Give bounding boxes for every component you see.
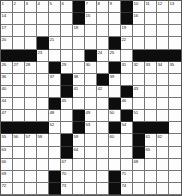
clue-number: 47 — [2, 110, 6, 115]
grid-cell[interactable] — [37, 86, 49, 98]
clue-number: 74 — [122, 183, 126, 188]
grid-cell[interactable] — [49, 86, 61, 98]
clue-number: 41 — [74, 86, 78, 91]
black-cell — [1, 122, 13, 134]
grid-cell[interactable] — [85, 37, 97, 49]
clue-number: 73 — [62, 183, 66, 188]
clue-number: 46 — [122, 98, 126, 103]
grid-cell[interactable] — [49, 50, 61, 62]
clue-number: 11 — [146, 1, 150, 6]
grid-cell[interactable]: 17 — [1, 25, 13, 37]
black-cell — [109, 37, 121, 49]
grid-cell[interactable]: 59 — [73, 134, 85, 146]
grid-cell[interactable] — [109, 147, 121, 159]
grid-cell[interactable]: 69 — [1, 171, 13, 183]
grid-cell[interactable] — [13, 74, 25, 86]
clue-number: 40 — [2, 86, 6, 91]
grid-cell[interactable]: 38 — [73, 74, 85, 86]
grid-cell[interactable]: 66 — [1, 159, 13, 171]
grid-cell[interactable] — [157, 110, 169, 122]
grid-cell[interactable]: 36 — [1, 74, 13, 86]
clue-number: 10 — [134, 1, 138, 6]
grid-cell[interactable] — [13, 98, 25, 110]
grid-cell[interactable]: 4 — [37, 1, 49, 13]
grid-cell[interactable]: 2 — [13, 1, 25, 13]
grid-cell[interactable] — [145, 110, 157, 122]
grid-cell[interactable]: 48 — [49, 110, 61, 122]
clue-number: 59 — [74, 134, 78, 139]
grid-cell[interactable] — [25, 159, 37, 171]
grid-cell[interactable]: 41 — [73, 86, 85, 98]
black-cell — [169, 50, 181, 62]
grid-cell[interactable]: 6 — [61, 1, 73, 13]
clue-number: 27 — [14, 62, 18, 67]
clue-number: 25 — [110, 50, 114, 55]
black-cell — [73, 13, 85, 25]
black-cell — [157, 50, 169, 62]
grid-cell[interactable] — [13, 13, 25, 25]
grid-cell[interactable]: 8 — [97, 1, 109, 13]
grid-cell[interactable] — [169, 147, 181, 159]
clue-number: 3 — [26, 1, 28, 6]
grid-cell[interactable] — [145, 13, 157, 25]
grid-cell[interactable]: 35 — [169, 62, 181, 74]
clue-number: 38 — [74, 74, 78, 79]
grid-cell[interactable]: 9 — [109, 1, 121, 13]
clue-number: 18 — [74, 25, 78, 30]
grid-cell[interactable] — [73, 50, 85, 62]
clue-number: 20 — [2, 37, 6, 42]
clue-number: 64 — [74, 147, 78, 152]
grid-cell[interactable]: 42 — [97, 86, 109, 98]
black-cell — [109, 62, 121, 74]
grid-cell[interactable] — [13, 147, 25, 159]
grid-cell[interactable] — [37, 159, 49, 171]
grid-cell[interactable] — [121, 134, 133, 146]
grid-cell[interactable] — [61, 122, 73, 134]
grid-cell[interactable]: 58 — [37, 134, 49, 146]
grid-cell[interactable] — [169, 74, 181, 86]
grid-cell[interactable]: 14 — [1, 13, 13, 25]
grid-cell[interactable] — [73, 62, 85, 74]
grid-cell[interactable] — [157, 74, 169, 86]
grid-cell[interactable] — [13, 159, 25, 171]
clue-number: 23 — [38, 50, 42, 55]
grid-cell[interactable] — [13, 171, 25, 183]
clue-number: 5 — [50, 1, 52, 6]
black-cell — [73, 122, 85, 134]
black-cell — [157, 122, 169, 134]
grid-cell[interactable]: 12 — [157, 1, 169, 13]
grid-cell[interactable] — [25, 183, 37, 195]
clue-number: 45 — [62, 98, 66, 103]
black-cell — [109, 98, 121, 110]
grid-cell[interactable] — [49, 159, 61, 171]
grid-cell[interactable]: 39 — [109, 74, 121, 86]
clue-number: 6 — [62, 1, 64, 6]
grid-cell[interactable] — [109, 25, 121, 37]
clue-number: 30 — [86, 62, 90, 67]
grid-cell[interactable]: 37 — [49, 74, 61, 86]
grid-cell[interactable] — [121, 50, 133, 62]
grid-cell[interactable]: 27 — [13, 62, 25, 74]
grid-cell[interactable]: 19 — [121, 25, 133, 37]
clue-number: 28 — [26, 62, 30, 67]
black-cell — [61, 86, 73, 98]
grid-cell[interactable] — [133, 25, 145, 37]
grid-cell[interactable] — [97, 13, 109, 25]
clue-number: 36 — [2, 74, 6, 79]
clue-number: 15 — [86, 13, 90, 18]
crossword-puzzle: 1234567891011121314151617181920212223242… — [0, 0, 182, 196]
clue-number: 35 — [170, 62, 174, 67]
clue-number: 71 — [122, 171, 126, 176]
clue-number: 55 — [2, 134, 6, 139]
grid-cell[interactable]: 26 — [1, 62, 13, 74]
black-cell — [1, 50, 13, 62]
black-cell — [145, 50, 157, 62]
clue-number: 9 — [110, 1, 112, 6]
black-cell — [25, 122, 37, 134]
black-cell — [121, 13, 133, 25]
clue-number: 53 — [86, 122, 90, 127]
grid-cell[interactable] — [145, 86, 157, 98]
grid-cell[interactable] — [97, 171, 109, 183]
clue-number: 32 — [134, 62, 138, 67]
grid-cell[interactable] — [157, 171, 169, 183]
grid-cell[interactable] — [145, 98, 157, 110]
grid-cell[interactable] — [25, 74, 37, 86]
clue-number: 16 — [134, 13, 138, 18]
black-cell — [109, 183, 121, 195]
grid-cell[interactable] — [169, 98, 181, 110]
grid-cell[interactable] — [169, 159, 181, 171]
grid-cell[interactable]: 57 — [25, 134, 37, 146]
grid-cell[interactable]: 64 — [73, 147, 85, 159]
grid-cell[interactable] — [97, 37, 109, 49]
grid-cell[interactable] — [13, 110, 25, 122]
grid-cell[interactable] — [121, 147, 133, 159]
grid-cell[interactable] — [85, 74, 97, 86]
grid-cell[interactable]: 47 — [1, 110, 13, 122]
grid-cell[interactable] — [97, 98, 109, 110]
clue-number: 19 — [122, 25, 126, 30]
grid-cell[interactable]: 51 — [133, 110, 145, 122]
grid-cell[interactable]: 56 — [13, 134, 25, 146]
grid-cell[interactable] — [109, 13, 121, 25]
grid-cell[interactable]: 1 — [1, 1, 13, 13]
grid-cell[interactable] — [13, 37, 25, 49]
grid-cell[interactable] — [85, 134, 97, 146]
grid-cell[interactable]: 44 — [1, 98, 13, 110]
grid-cell[interactable] — [133, 183, 145, 195]
grid-cell[interactable]: 52 — [49, 122, 61, 134]
grid-cell[interactable] — [37, 25, 49, 37]
grid-cell[interactable]: 71 — [121, 171, 133, 183]
grid-cell[interactable] — [25, 86, 37, 98]
clue-number: 7 — [86, 1, 88, 6]
grid-cell[interactable] — [37, 98, 49, 110]
grid-cell[interactable]: 63 — [1, 147, 13, 159]
grid-cell[interactable] — [121, 74, 133, 86]
black-cell — [49, 98, 61, 110]
black-cell — [109, 122, 121, 134]
clue-number: 66 — [2, 159, 6, 164]
clue-number: 49 — [86, 110, 90, 115]
crossword-grid: 1234567891011121314151617181920212223242… — [0, 0, 182, 196]
clue-number: 67 — [62, 159, 66, 164]
grid-cell[interactable] — [85, 183, 97, 195]
black-cell — [133, 122, 145, 134]
grid-cell[interactable]: 31 — [121, 62, 133, 74]
grid-cell[interactable]: 61 — [145, 134, 157, 146]
grid-cell[interactable]: 22 — [121, 37, 133, 49]
grid-cell[interactable] — [13, 183, 25, 195]
grid-cell[interactable] — [169, 171, 181, 183]
grid-cell[interactable]: 20 — [1, 37, 13, 49]
grid-cell[interactable] — [37, 147, 49, 159]
clue-number: 1 — [2, 1, 4, 6]
grid-cell[interactable] — [169, 13, 181, 25]
grid-cell[interactable] — [49, 134, 61, 146]
grid-cell[interactable] — [37, 74, 49, 86]
grid-cell[interactable]: 60 — [109, 134, 121, 146]
clue-number: 50 — [110, 110, 114, 115]
black-cell — [109, 171, 121, 183]
grid-cell[interactable] — [157, 86, 169, 98]
grid-cell[interactable]: 62 — [157, 134, 169, 146]
grid-cell[interactable] — [73, 37, 85, 49]
black-cell — [13, 50, 25, 62]
grid-cell[interactable] — [121, 159, 133, 171]
grid-cell[interactable] — [37, 171, 49, 183]
grid-cell[interactable]: 23 — [37, 50, 49, 62]
grid-cell[interactable] — [85, 159, 97, 171]
grid-cell[interactable]: 74 — [121, 183, 133, 195]
grid-cell[interactable] — [169, 110, 181, 122]
grid-cell[interactable]: 25 — [109, 50, 121, 62]
grid-cell[interactable]: 3 — [25, 1, 37, 13]
grid-cell[interactable]: 30 — [85, 62, 97, 74]
black-cell — [49, 171, 61, 183]
grid-cell[interactable] — [37, 13, 49, 25]
black-cell — [121, 1, 133, 13]
grid-cell[interactable] — [25, 110, 37, 122]
grid-cell[interactable] — [61, 37, 73, 49]
clue-number: 69 — [2, 171, 6, 176]
grid-cell[interactable]: 46 — [121, 98, 133, 110]
grid-cell[interactable] — [85, 98, 97, 110]
grid-cell[interactable]: 73 — [61, 183, 73, 195]
grid-cell[interactable] — [85, 25, 97, 37]
black-cell — [37, 37, 49, 49]
grid-cell[interactable] — [37, 110, 49, 122]
clue-number: 29 — [62, 62, 66, 67]
grid-cell[interactable]: 33 — [145, 62, 157, 74]
grid-cell[interactable] — [145, 183, 157, 195]
grid-cell[interactable] — [97, 122, 109, 134]
grid-cell[interactable]: 54 — [121, 122, 133, 134]
clue-number: 62 — [158, 134, 162, 139]
clue-number: 65 — [146, 147, 150, 152]
clue-number: 58 — [38, 134, 42, 139]
grid-cell[interactable]: 7 — [85, 1, 97, 13]
grid-cell[interactable]: 45 — [61, 98, 73, 110]
grid-cell[interactable] — [97, 147, 109, 159]
grid-cell[interactable] — [145, 74, 157, 86]
grid-cell[interactable] — [169, 134, 181, 146]
grid-cell[interactable] — [73, 171, 85, 183]
grid-cell[interactable]: 18 — [73, 25, 85, 37]
black-cell — [133, 50, 145, 62]
clue-number: 44 — [2, 98, 6, 103]
grid-cell[interactable] — [61, 110, 73, 122]
grid-cell[interactable] — [13, 86, 25, 98]
grid-cell[interactable] — [133, 171, 145, 183]
grid-cell[interactable] — [133, 37, 145, 49]
grid-cell[interactable] — [157, 147, 169, 159]
grid-cell[interactable] — [49, 147, 61, 159]
grid-cell[interactable] — [109, 86, 121, 98]
grid-cell[interactable] — [85, 86, 97, 98]
clue-number: 33 — [146, 62, 150, 67]
grid-cell[interactable]: 68 — [133, 159, 145, 171]
grid-cell[interactable]: 15 — [85, 13, 97, 25]
grid-cell[interactable] — [145, 171, 157, 183]
grid-cell[interactable]: 29 — [61, 62, 73, 74]
grid-cell[interactable] — [157, 25, 169, 37]
clue-number: 60 — [110, 134, 114, 139]
grid-cell[interactable]: 72 — [1, 183, 13, 195]
clue-number: 4 — [38, 1, 40, 6]
grid-cell[interactable]: 70 — [61, 171, 73, 183]
grid-cell[interactable] — [97, 134, 109, 146]
black-cell — [61, 134, 73, 146]
grid-cell[interactable] — [25, 171, 37, 183]
clue-number: 31 — [122, 62, 126, 67]
grid-cell[interactable] — [169, 183, 181, 195]
grid-cell[interactable] — [157, 98, 169, 110]
clue-number: 21 — [50, 37, 54, 42]
grid-cell[interactable] — [37, 183, 49, 195]
grid-cell[interactable] — [61, 50, 73, 62]
black-cell — [73, 110, 85, 122]
grid-cell[interactable] — [97, 110, 109, 122]
grid-cell[interactable]: 65 — [145, 147, 157, 159]
clue-number: 68 — [134, 159, 138, 164]
black-cell — [85, 50, 97, 62]
grid-cell[interactable]: 13 — [169, 1, 181, 13]
grid-cell[interactable] — [49, 13, 61, 25]
grid-cell[interactable] — [157, 37, 169, 49]
clue-number: 39 — [110, 74, 114, 79]
grid-cell[interactable] — [85, 171, 97, 183]
grid-cell[interactable]: 32 — [133, 62, 145, 74]
black-cell — [61, 74, 73, 86]
clue-number: 14 — [2, 13, 6, 18]
grid-cell[interactable]: 55 — [1, 134, 13, 146]
grid-cell[interactable]: 10 — [133, 1, 145, 13]
grid-cell[interactable]: 21 — [49, 37, 61, 49]
black-cell — [49, 62, 61, 74]
clue-number: 72 — [2, 183, 6, 188]
grid-cell[interactable]: 5 — [49, 1, 61, 13]
grid-cell[interactable] — [13, 25, 25, 37]
grid-cell[interactable]: 53 — [85, 122, 97, 134]
grid-cell[interactable] — [25, 37, 37, 49]
grid-cell[interactable] — [109, 159, 121, 171]
grid-cell[interactable] — [145, 25, 157, 37]
grid-cell[interactable]: 28 — [25, 62, 37, 74]
grid-cell[interactable] — [133, 74, 145, 86]
grid-cell[interactable] — [25, 147, 37, 159]
grid-cell[interactable] — [85, 147, 97, 159]
grid-cell[interactable] — [49, 25, 61, 37]
grid-cell[interactable] — [97, 62, 109, 74]
grid-cell[interactable]: 67 — [61, 159, 73, 171]
black-cell — [121, 110, 133, 122]
grid-cell[interactable]: 34 — [157, 62, 169, 74]
grid-cell[interactable]: 16 — [133, 13, 145, 25]
grid-cell[interactable] — [97, 159, 109, 171]
black-cell — [133, 134, 145, 146]
clue-number: 52 — [50, 122, 54, 127]
grid-cell[interactable] — [37, 62, 49, 74]
grid-cell[interactable] — [73, 183, 85, 195]
grid-cell[interactable]: 50 — [109, 110, 121, 122]
grid-cell[interactable] — [169, 37, 181, 49]
grid-cell[interactable]: 11 — [145, 1, 157, 13]
grid-cell[interactable] — [25, 13, 37, 25]
grid-cell[interactable]: 43 — [133, 86, 145, 98]
clue-number: 34 — [158, 62, 162, 67]
clue-number: 13 — [170, 1, 174, 6]
clue-number: 42 — [98, 86, 102, 91]
grid-cell[interactable]: 40 — [1, 86, 13, 98]
clue-number: 43 — [134, 86, 138, 91]
grid-cell[interactable] — [133, 98, 145, 110]
grid-cell[interactable] — [97, 25, 109, 37]
clue-number: 12 — [158, 1, 162, 6]
clue-number: 24 — [98, 50, 102, 55]
grid-cell[interactable] — [61, 13, 73, 25]
grid-cell[interactable] — [73, 159, 85, 171]
clue-number: 56 — [14, 134, 18, 139]
black-cell — [73, 1, 85, 13]
grid-cell[interactable] — [145, 159, 157, 171]
grid-cell[interactable] — [157, 159, 169, 171]
grid-cell[interactable] — [25, 98, 37, 110]
grid-cell[interactable] — [169, 86, 181, 98]
grid-cell[interactable] — [61, 25, 73, 37]
grid-cell[interactable]: 24 — [97, 50, 109, 62]
black-cell — [37, 122, 49, 134]
grid-cell[interactable] — [169, 122, 181, 134]
grid-cell[interactable]: 49 — [85, 110, 97, 122]
clue-number: 37 — [50, 74, 54, 79]
clue-number: 61 — [146, 134, 150, 139]
grid-cell[interactable] — [157, 13, 169, 25]
grid-cell[interactable] — [25, 25, 37, 37]
grid-cell[interactable] — [97, 183, 109, 195]
grid-cell[interactable] — [73, 98, 85, 110]
grid-cell[interactable] — [145, 37, 157, 49]
clue-number: 22 — [122, 37, 126, 42]
black-cell — [25, 50, 37, 62]
grid-cell[interactable] — [157, 183, 169, 195]
grid-cell[interactable] — [169, 25, 181, 37]
black-cell — [13, 122, 25, 134]
